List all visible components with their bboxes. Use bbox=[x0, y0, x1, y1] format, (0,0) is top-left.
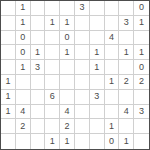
empty-cell-r2c2[interactable] bbox=[31, 31, 46, 46]
empty-cell-r4c4[interactable] bbox=[60, 60, 75, 75]
empty-cell-r5c3[interactable] bbox=[45, 75, 60, 90]
clue-cell-r3c8: 1 bbox=[119, 45, 134, 60]
clue-cell-r8c1: 2 bbox=[16, 119, 31, 134]
empty-cell-r1c6[interactable] bbox=[90, 16, 105, 31]
clue-cell-r5c0: 1 bbox=[1, 75, 16, 90]
clue-cell-r5c8: 2 bbox=[119, 75, 134, 90]
empty-cell-r8c3[interactable] bbox=[45, 119, 60, 134]
empty-cell-r3c5[interactable] bbox=[75, 45, 90, 60]
empty-cell-r7c7[interactable] bbox=[105, 105, 120, 120]
empty-cell-r0c8[interactable] bbox=[119, 1, 134, 16]
empty-cell-r4c3[interactable] bbox=[45, 60, 60, 75]
clue-cell-r7c9: 3 bbox=[134, 105, 149, 120]
empty-cell-r7c3[interactable] bbox=[45, 105, 60, 120]
empty-cell-r2c3[interactable] bbox=[45, 31, 60, 46]
empty-cell-r6c4[interactable] bbox=[60, 90, 75, 105]
clue-cell-r2c4: 0 bbox=[60, 31, 75, 46]
empty-cell-r6c8[interactable] bbox=[119, 90, 134, 105]
clue-cell-r2c1: 0 bbox=[16, 31, 31, 46]
clue-cell-r5c9: 2 bbox=[134, 75, 149, 90]
empty-cell-r0c0[interactable] bbox=[1, 1, 16, 16]
empty-cell-r1c2[interactable] bbox=[31, 16, 46, 31]
empty-cell-r8c6[interactable] bbox=[90, 119, 105, 134]
clue-cell-r3c2: 1 bbox=[31, 45, 46, 60]
empty-cell-r2c8[interactable] bbox=[119, 31, 134, 46]
clue-cell-r5c7: 1 bbox=[105, 75, 120, 90]
empty-cell-r7c6[interactable] bbox=[90, 105, 105, 120]
empty-cell-r5c1[interactable] bbox=[16, 75, 31, 90]
empty-cell-r3c3[interactable] bbox=[45, 45, 60, 60]
empty-cell-r2c0[interactable] bbox=[1, 31, 16, 46]
clue-cell-r0c9: 0 bbox=[134, 1, 149, 16]
empty-cell-r3c0[interactable] bbox=[1, 45, 16, 60]
minesweeper-board: 1301113100401111113101122163144432211101 bbox=[0, 0, 150, 150]
clue-cell-r4c6: 1 bbox=[90, 60, 105, 75]
empty-cell-r0c7[interactable] bbox=[105, 1, 120, 16]
clue-cell-r9c4: 1 bbox=[60, 134, 75, 149]
empty-cell-r8c2[interactable] bbox=[31, 119, 46, 134]
empty-cell-r0c4[interactable] bbox=[60, 1, 75, 16]
empty-cell-r8c9[interactable] bbox=[134, 119, 149, 134]
clue-cell-r1c4: 1 bbox=[60, 16, 75, 31]
empty-cell-r2c6[interactable] bbox=[90, 31, 105, 46]
empty-cell-r6c1[interactable] bbox=[16, 90, 31, 105]
clue-cell-r6c0: 1 bbox=[1, 90, 16, 105]
empty-cell-r5c5[interactable] bbox=[75, 75, 90, 90]
clue-cell-r3c1: 0 bbox=[16, 45, 31, 60]
clue-cell-r0c5: 3 bbox=[75, 1, 90, 16]
empty-cell-r6c7[interactable] bbox=[105, 90, 120, 105]
clue-cell-r0c1: 1 bbox=[16, 1, 31, 16]
clue-cell-r3c6: 1 bbox=[90, 45, 105, 60]
clue-cell-r6c6: 3 bbox=[90, 90, 105, 105]
clue-cell-r8c7: 1 bbox=[105, 119, 120, 134]
empty-cell-r0c3[interactable] bbox=[45, 1, 60, 16]
empty-cell-r6c9[interactable] bbox=[134, 90, 149, 105]
clue-cell-r9c7: 0 bbox=[105, 134, 120, 149]
empty-cell-r4c0[interactable] bbox=[1, 60, 16, 75]
empty-cell-r7c2[interactable] bbox=[31, 105, 46, 120]
clue-cell-r8c4: 2 bbox=[60, 119, 75, 134]
empty-cell-r1c5[interactable] bbox=[75, 16, 90, 31]
empty-cell-r3c7[interactable] bbox=[105, 45, 120, 60]
clue-cell-r9c3: 1 bbox=[45, 134, 60, 149]
clue-cell-r7c4: 4 bbox=[60, 105, 75, 120]
empty-cell-r6c5[interactable] bbox=[75, 90, 90, 105]
clue-cell-r3c9: 1 bbox=[134, 45, 149, 60]
empty-cell-r1c0[interactable] bbox=[1, 16, 16, 31]
empty-cell-r4c8[interactable] bbox=[119, 60, 134, 75]
clue-cell-r4c9: 0 bbox=[134, 60, 149, 75]
empty-cell-r8c5[interactable] bbox=[75, 119, 90, 134]
empty-cell-r9c6[interactable] bbox=[90, 134, 105, 149]
empty-cell-r7c5[interactable] bbox=[75, 105, 90, 120]
clue-cell-r1c9: 1 bbox=[134, 16, 149, 31]
clue-cell-r1c8: 3 bbox=[119, 16, 134, 31]
empty-cell-r9c1[interactable] bbox=[16, 134, 31, 149]
clue-cell-r2c7: 4 bbox=[105, 31, 120, 46]
empty-cell-r4c7[interactable] bbox=[105, 60, 120, 75]
clue-cell-r7c1: 4 bbox=[16, 105, 31, 120]
empty-cell-r9c0[interactable] bbox=[1, 134, 16, 149]
empty-cell-r6c2[interactable] bbox=[31, 90, 46, 105]
clue-cell-r1c3: 1 bbox=[45, 16, 60, 31]
empty-cell-r0c6[interactable] bbox=[90, 1, 105, 16]
empty-cell-r8c0[interactable] bbox=[1, 119, 16, 134]
empty-cell-r8c8[interactable] bbox=[119, 119, 134, 134]
empty-cell-r9c5[interactable] bbox=[75, 134, 90, 149]
clue-cell-r6c3: 6 bbox=[45, 90, 60, 105]
empty-cell-r9c9[interactable] bbox=[134, 134, 149, 149]
empty-cell-r5c2[interactable] bbox=[31, 75, 46, 90]
clue-cell-r7c0: 1 bbox=[1, 105, 16, 120]
empty-cell-r5c4[interactable] bbox=[60, 75, 75, 90]
clue-cell-r4c2: 3 bbox=[31, 60, 46, 75]
clue-cell-r7c8: 4 bbox=[119, 105, 134, 120]
empty-cell-r0c2[interactable] bbox=[31, 1, 46, 16]
clue-cell-r9c8: 1 bbox=[119, 134, 134, 149]
empty-cell-r4c5[interactable] bbox=[75, 60, 90, 75]
clue-cell-r4c1: 1 bbox=[16, 60, 31, 75]
empty-cell-r2c5[interactable] bbox=[75, 31, 90, 46]
empty-cell-r9c2[interactable] bbox=[31, 134, 46, 149]
clue-cell-r1c1: 1 bbox=[16, 16, 31, 31]
clue-cell-r3c4: 1 bbox=[60, 45, 75, 60]
empty-cell-r1c7[interactable] bbox=[105, 16, 120, 31]
empty-cell-r2c9[interactable] bbox=[134, 31, 149, 46]
empty-cell-r5c6[interactable] bbox=[90, 75, 105, 90]
